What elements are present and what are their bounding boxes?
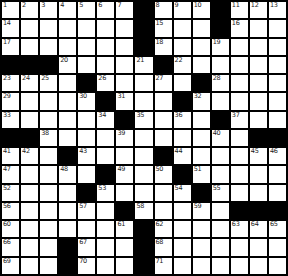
clue-number: 69 (3, 258, 11, 265)
grid-cell[interactable] (40, 112, 57, 128)
grid-cell[interactable]: 50 (155, 166, 172, 182)
clue-number: 20 (60, 57, 68, 64)
grid-cell[interactable]: 23 (2, 75, 19, 91)
clue-number: 54 (175, 185, 183, 192)
grid-cell[interactable] (21, 93, 38, 109)
grid-cell[interactable]: 63 (231, 221, 248, 237)
grid-cell[interactable]: 51 (193, 166, 210, 182)
grid-cell[interactable]: 10 (193, 2, 210, 18)
grid-cell[interactable] (193, 39, 210, 55)
grid-cell[interactable]: 31 (116, 93, 133, 109)
grid-cell[interactable] (40, 203, 57, 219)
grid-cell[interactable]: 39 (116, 130, 133, 146)
grid-cell[interactable]: 38 (40, 130, 57, 146)
grid-cell[interactable]: 70 (78, 258, 95, 274)
grid-cell[interactable]: 21 (135, 57, 152, 73)
grid-cell[interactable] (40, 166, 57, 182)
grid-cell[interactable] (269, 20, 286, 36)
grid-cell[interactable]: 30 (78, 93, 95, 109)
clue-number: 53 (98, 185, 106, 192)
grid-cell[interactable]: 37 (231, 112, 248, 128)
grid-cell[interactable]: 46 (269, 148, 286, 164)
grid-cell[interactable]: 56 (2, 203, 19, 219)
grid-cell[interactable] (193, 57, 210, 73)
clue-number: 7 (117, 2, 121, 9)
grid-cell[interactable] (174, 221, 191, 237)
block-cell (231, 203, 248, 219)
clue-number: 18 (156, 39, 164, 46)
grid-cell[interactable] (97, 221, 114, 237)
clue-number: 24 (22, 75, 30, 82)
clue-number: 33 (3, 112, 11, 119)
grid-cell[interactable] (193, 112, 210, 128)
grid-cell[interactable] (269, 39, 286, 55)
crossword-grid: 1234567891011121314151617181920212223242… (0, 0, 288, 276)
clue-number: 6 (98, 2, 102, 9)
block-cell (174, 93, 191, 109)
grid-cell[interactable] (59, 112, 76, 128)
grid-cell[interactable] (40, 185, 57, 201)
block-cell (135, 2, 152, 18)
grid-cell[interactable] (174, 75, 191, 91)
clue-number: 36 (175, 112, 183, 119)
grid-cell[interactable]: 35 (135, 112, 152, 128)
grid-cell[interactable] (250, 166, 267, 182)
grid-cell[interactable]: 53 (97, 185, 114, 201)
clue-number: 28 (213, 75, 221, 82)
grid-cell[interactable] (174, 20, 191, 36)
grid-cell[interactable] (97, 258, 114, 274)
grid-cell[interactable]: 47 (2, 166, 19, 182)
clue-number: 23 (3, 75, 11, 82)
grid-cell[interactable] (269, 112, 286, 128)
grid-cell[interactable]: 33 (2, 112, 19, 128)
clue-number: 60 (3, 221, 11, 228)
grid-cell[interactable] (269, 93, 286, 109)
clue-number: 4 (60, 2, 64, 9)
clue-number: 52 (3, 185, 11, 192)
block-cell (135, 39, 152, 55)
block-cell (97, 93, 114, 109)
grid-cell[interactable]: 18 (155, 39, 172, 55)
clue-number: 68 (156, 239, 164, 246)
grid-cell[interactable] (21, 258, 38, 274)
grid-cell[interactable] (21, 112, 38, 128)
block-cell (135, 221, 152, 237)
grid-cell[interactable] (78, 130, 95, 146)
block-cell (97, 166, 114, 182)
clue-number: 11 (232, 2, 240, 9)
grid-cell[interactable] (116, 20, 133, 36)
clue-number: 46 (270, 148, 278, 155)
grid-cell[interactable]: 12 (250, 2, 267, 18)
block-cell (174, 166, 191, 182)
clue-number: 37 (232, 112, 240, 119)
grid-cell[interactable] (116, 75, 133, 91)
grid-cell[interactable] (250, 20, 267, 36)
clue-number: 62 (156, 221, 164, 228)
grid-cell[interactable]: 2 (21, 2, 38, 18)
grid-cell[interactable]: 16 (231, 20, 248, 36)
grid-cell[interactable]: 65 (269, 221, 286, 237)
grid-cell[interactable] (40, 148, 57, 164)
grid-cell[interactable]: 15 (155, 20, 172, 36)
grid-cell[interactable]: 57 (78, 203, 95, 219)
grid-cell[interactable] (59, 20, 76, 36)
grid-cell[interactable] (212, 57, 229, 73)
clue-number: 63 (232, 221, 240, 228)
clue-number: 30 (79, 93, 87, 100)
grid-cell[interactable] (155, 130, 172, 146)
clue-number: 12 (251, 2, 259, 9)
grid-cell[interactable] (116, 258, 133, 274)
grid-cell[interactable]: 11 (231, 2, 248, 18)
grid-cell[interactable]: 22 (174, 57, 191, 73)
grid-cell[interactable]: 44 (174, 148, 191, 164)
grid-cell[interactable] (212, 148, 229, 164)
clue-number: 15 (156, 20, 164, 27)
grid-cell[interactable]: 55 (212, 185, 229, 201)
clue-number: 42 (22, 148, 30, 155)
block-cell (59, 239, 76, 255)
grid-cell[interactable] (250, 258, 267, 274)
grid-cell[interactable]: 3 (40, 2, 57, 18)
block-cell (59, 148, 76, 164)
grid-cell[interactable] (212, 221, 229, 237)
clue-number: 35 (136, 112, 144, 119)
grid-cell[interactable] (231, 75, 248, 91)
grid-cell[interactable] (40, 221, 57, 237)
grid-cell[interactable] (250, 112, 267, 128)
grid-cell[interactable] (269, 239, 286, 255)
block-cell (212, 112, 229, 128)
block-cell (155, 57, 172, 73)
clue-number: 44 (175, 148, 183, 155)
grid-cell[interactable] (40, 20, 57, 36)
grid-cell[interactable]: 68 (155, 239, 172, 255)
grid-cell[interactable] (193, 20, 210, 36)
block-cell (135, 20, 152, 36)
grid-cell[interactable] (97, 57, 114, 73)
grid-cell[interactable]: 41 (2, 148, 19, 164)
block-cell (59, 258, 76, 274)
grid-cell[interactable] (193, 221, 210, 237)
grid-cell[interactable] (97, 130, 114, 146)
grid-cell[interactable]: 7 (116, 2, 133, 18)
grid-cell[interactable] (231, 130, 248, 146)
grid-cell[interactable] (269, 75, 286, 91)
grid-cell[interactable]: 62 (155, 221, 172, 237)
grid-cell[interactable] (116, 239, 133, 255)
grid-cell[interactable]: 29 (2, 93, 19, 109)
grid-cell[interactable]: 20 (59, 57, 76, 73)
grid-cell[interactable] (231, 166, 248, 182)
clue-number: 17 (3, 39, 11, 46)
grid-cell[interactable] (193, 239, 210, 255)
block-cell (135, 239, 152, 255)
grid-cell[interactable]: 13 (269, 2, 286, 18)
block-cell (269, 130, 286, 146)
clue-number: 58 (136, 203, 144, 210)
block-cell (193, 75, 210, 91)
clue-number: 9 (175, 2, 179, 9)
grid-cell[interactable]: 48 (59, 166, 76, 182)
clue-number: 21 (136, 57, 144, 64)
grid-cell[interactable] (250, 75, 267, 91)
grid-cell[interactable]: 60 (2, 221, 19, 237)
clue-number: 65 (270, 221, 278, 228)
clue-number: 19 (213, 39, 221, 46)
grid-cell[interactable]: 1 (2, 2, 19, 18)
grid-cell[interactable] (97, 20, 114, 36)
clue-number: 16 (232, 20, 240, 27)
grid-cell[interactable]: 28 (212, 75, 229, 91)
grid-cell[interactable] (193, 130, 210, 146)
grid-cell[interactable] (135, 185, 152, 201)
block-cell (250, 130, 267, 146)
grid-cell[interactable] (250, 39, 267, 55)
grid-cell[interactable] (116, 148, 133, 164)
grid-cell[interactable] (40, 93, 57, 109)
grid-cell[interactable]: 64 (250, 221, 267, 237)
block-cell (193, 185, 210, 201)
clue-number: 61 (117, 221, 125, 228)
clue-number: 14 (3, 20, 11, 27)
grid-cell[interactable] (269, 57, 286, 73)
clue-number: 49 (117, 166, 125, 173)
grid-cell[interactable] (97, 239, 114, 255)
grid-cell[interactable] (40, 39, 57, 55)
grid-cell[interactable]: 59 (193, 203, 210, 219)
grid-cell[interactable] (78, 57, 95, 73)
grid-cell[interactable] (78, 166, 95, 182)
grid-cell[interactable] (231, 258, 248, 274)
clue-number: 29 (3, 93, 11, 100)
clue-number: 41 (3, 148, 11, 155)
clue-number: 38 (41, 130, 49, 137)
grid-cell[interactable] (21, 39, 38, 55)
grid-cell[interactable] (135, 130, 152, 146)
block-cell (250, 203, 267, 219)
grid-cell[interactable] (21, 166, 38, 182)
grid-cell[interactable]: 49 (116, 166, 133, 182)
grid-cell[interactable]: 40 (212, 130, 229, 146)
block-cell (21, 130, 38, 146)
grid-cell[interactable]: 43 (78, 148, 95, 164)
clue-number: 32 (194, 93, 202, 100)
grid-cell[interactable]: 9 (174, 2, 191, 18)
grid-cell[interactable] (135, 166, 152, 182)
grid-cell[interactable] (231, 239, 248, 255)
clue-number: 71 (156, 258, 164, 265)
grid-cell[interactable] (212, 203, 229, 219)
grid-cell[interactable]: 71 (155, 258, 172, 274)
grid-cell[interactable] (59, 75, 76, 91)
grid-cell[interactable] (231, 185, 248, 201)
clue-number: 57 (79, 203, 87, 210)
block-cell (116, 112, 133, 128)
clue-number: 56 (3, 203, 11, 210)
grid-cell[interactable] (155, 93, 172, 109)
clue-number: 26 (98, 75, 106, 82)
grid-cell[interactable]: 54 (174, 185, 191, 201)
block-cell (212, 2, 229, 18)
clue-number: 25 (41, 75, 49, 82)
block-cell (21, 57, 38, 73)
grid-cell[interactable] (40, 258, 57, 274)
grid-cell[interactable] (174, 39, 191, 55)
grid-cell[interactable] (212, 258, 229, 274)
grid-cell[interactable] (193, 258, 210, 274)
grid-cell[interactable] (21, 239, 38, 255)
grid-cell[interactable] (269, 185, 286, 201)
grid-cell[interactable] (21, 203, 38, 219)
clue-number: 39 (117, 130, 125, 137)
block-cell (269, 203, 286, 219)
grid-cell[interactable] (212, 239, 229, 255)
grid-cell[interactable] (116, 57, 133, 73)
grid-cell[interactable] (155, 203, 172, 219)
grid-cell[interactable] (135, 75, 152, 91)
grid-cell[interactable]: 66 (2, 239, 19, 255)
grid-cell[interactable] (97, 203, 114, 219)
clue-number: 2 (22, 2, 26, 9)
grid-cell[interactable]: 4 (59, 2, 76, 18)
grid-cell[interactable] (78, 39, 95, 55)
grid-cell[interactable] (59, 93, 76, 109)
block-cell (78, 75, 95, 91)
grid-cell[interactable] (269, 166, 286, 182)
block-cell (2, 130, 19, 146)
clue-number: 43 (79, 148, 87, 155)
clue-number: 48 (60, 166, 68, 173)
clue-number: 31 (117, 93, 125, 100)
block-cell (2, 57, 19, 73)
grid-cell[interactable] (231, 148, 248, 164)
clue-number: 45 (251, 148, 259, 155)
clue-number: 59 (194, 203, 202, 210)
grid-cell[interactable]: 52 (2, 185, 19, 201)
grid-cell[interactable] (174, 258, 191, 274)
grid-cell[interactable] (193, 148, 210, 164)
grid-cell[interactable]: 26 (97, 75, 114, 91)
grid-cell[interactable] (78, 221, 95, 237)
clue-number: 34 (98, 112, 106, 119)
grid-cell[interactable] (21, 185, 38, 201)
grid-cell[interactable]: 32 (193, 93, 210, 109)
grid-cell[interactable] (174, 203, 191, 219)
clue-number: 51 (194, 166, 202, 173)
block-cell (135, 258, 152, 274)
grid-cell[interactable]: 27 (155, 75, 172, 91)
grid-cell[interactable] (59, 203, 76, 219)
block-cell (116, 203, 133, 219)
grid-cell[interactable] (116, 39, 133, 55)
grid-cell[interactable] (212, 166, 229, 182)
clue-number: 3 (41, 2, 45, 9)
grid-cell[interactable]: 8 (155, 2, 172, 18)
grid-cell[interactable] (174, 239, 191, 255)
grid-cell[interactable]: 42 (21, 148, 38, 164)
clue-number: 50 (156, 166, 164, 173)
grid-cell[interactable] (59, 221, 76, 237)
grid-cell[interactable]: 25 (40, 75, 57, 91)
grid-cell[interactable] (269, 258, 286, 274)
clue-number: 1 (3, 2, 7, 9)
clue-number: 5 (79, 2, 83, 9)
grid-cell[interactable]: 67 (78, 239, 95, 255)
grid-cell[interactable] (78, 112, 95, 128)
grid-cell[interactable] (97, 148, 114, 164)
clue-number: 70 (79, 258, 87, 265)
clue-number: 67 (79, 239, 87, 246)
grid-cell[interactable]: 36 (174, 112, 191, 128)
grid-cell[interactable]: 17 (2, 39, 19, 55)
clue-number: 64 (251, 221, 259, 228)
grid-cell[interactable] (40, 239, 57, 255)
grid-cell[interactable] (59, 130, 76, 146)
grid-cell[interactable]: 61 (116, 221, 133, 237)
clue-number: 27 (156, 75, 164, 82)
clue-number: 13 (270, 2, 278, 9)
grid-cell[interactable] (212, 93, 229, 109)
grid-cell[interactable] (250, 57, 267, 73)
grid-cell[interactable] (59, 39, 76, 55)
grid-cell[interactable]: 5 (78, 2, 95, 18)
block-cell (40, 57, 57, 73)
clue-number: 10 (194, 2, 202, 9)
grid-cell[interactable] (231, 93, 248, 109)
grid-cell[interactable] (155, 112, 172, 128)
grid-cell[interactable] (78, 20, 95, 36)
grid-cell[interactable]: 14 (2, 20, 19, 36)
grid-cell[interactable]: 45 (250, 148, 267, 164)
grid-cell[interactable] (250, 239, 267, 255)
grid-cell[interactable] (250, 93, 267, 109)
grid-cell[interactable] (231, 57, 248, 73)
grid-cell[interactable]: 58 (135, 203, 152, 219)
grid-cell[interactable] (231, 39, 248, 55)
grid-cell[interactable] (250, 185, 267, 201)
clue-number: 66 (3, 239, 11, 246)
grid-cell[interactable]: 19 (212, 39, 229, 55)
grid-cell[interactable] (135, 148, 152, 164)
clue-number: 40 (213, 130, 221, 137)
grid-cell[interactable] (155, 185, 172, 201)
grid-cell[interactable] (174, 130, 191, 146)
block-cell (212, 20, 229, 36)
clue-number: 8 (156, 2, 160, 9)
clue-number: 22 (175, 57, 183, 64)
grid-cell[interactable] (135, 93, 152, 109)
clue-number: 55 (213, 185, 221, 192)
grid-cell[interactable] (21, 221, 38, 237)
grid-cell[interactable]: 69 (2, 258, 19, 274)
grid-cell[interactable] (21, 20, 38, 36)
block-cell (78, 185, 95, 201)
grid-cell[interactable]: 24 (21, 75, 38, 91)
grid-cell[interactable]: 34 (97, 112, 114, 128)
grid-cell[interactable]: 6 (97, 2, 114, 18)
grid-cell[interactable] (116, 185, 133, 201)
grid-cell[interactable] (59, 185, 76, 201)
block-cell (155, 148, 172, 164)
clue-number: 47 (3, 166, 11, 173)
grid-cell[interactable] (97, 39, 114, 55)
